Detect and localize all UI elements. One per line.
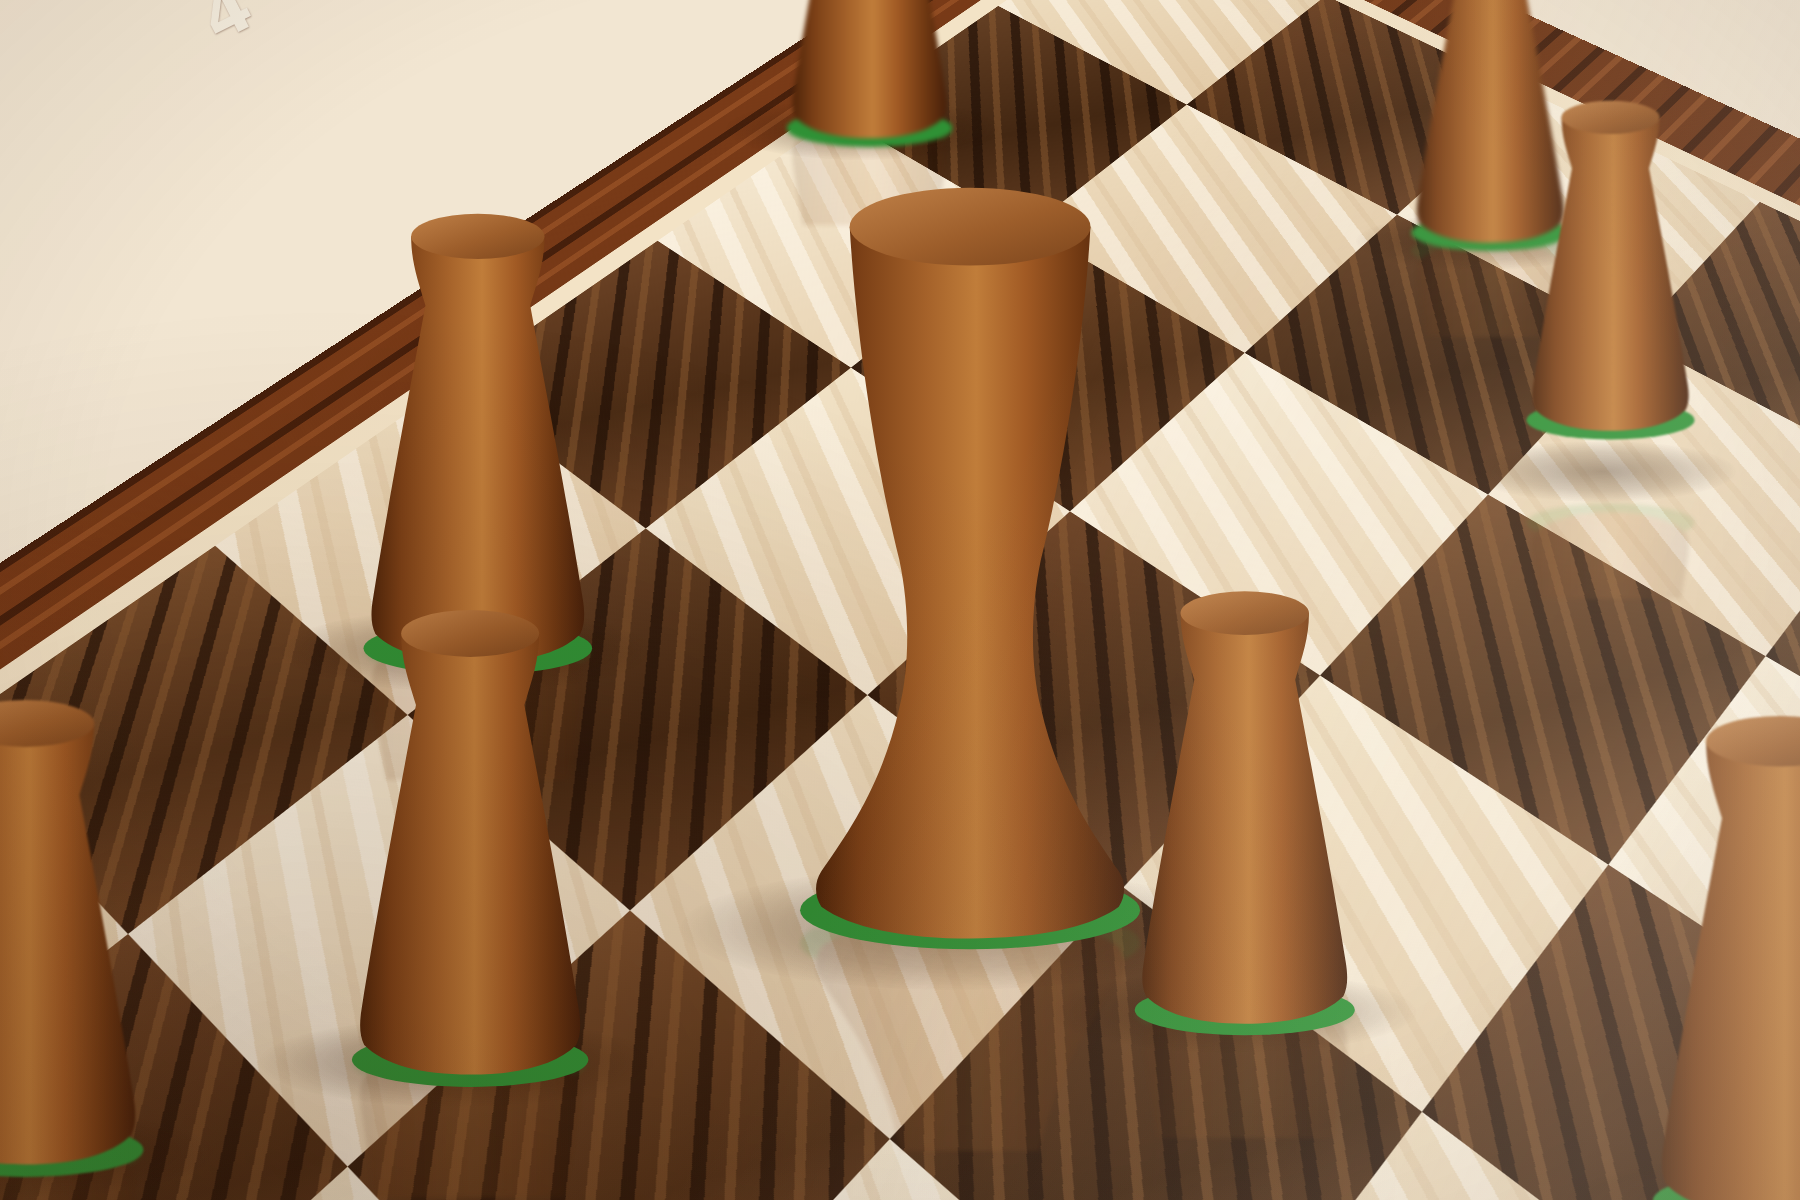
piece-white-pawn-f6: ♙: [341, 599, 599, 1092]
chessboard-photo: 4 ♙ ♙ ♙ ♙ ♔ ♙ ♙ ♙ ♙: [0, 0, 1800, 1200]
white-pawn-svg: [1646, 704, 1800, 1200]
white-pawn-svg: [0, 689, 155, 1182]
white-king-svg: [793, 160, 1147, 973]
white-pawn-svg: [1523, 36, 1698, 500]
white-pawn-svg: [1126, 581, 1364, 1040]
white-pawn-svg: [341, 599, 599, 1092]
piece-white-pawn-g7: ♙: [0, 689, 155, 1182]
piece-white-king-e6: ♔: [793, 160, 1147, 973]
piece-white-pawn-d4: ♙: [1646, 704, 1800, 1200]
white-pawn-svg: [781, 0, 958, 150]
pieces-layer: ♙ ♙ ♙ ♙ ♔ ♙ ♙ ♙ ♙: [0, 0, 1800, 1200]
piece-white-pawn-c8: ♙: [781, 0, 958, 150]
piece-white-pawn-b5: ♙: [1523, 36, 1698, 500]
piece-white-pawn-e5: ♙: [1126, 581, 1364, 1040]
